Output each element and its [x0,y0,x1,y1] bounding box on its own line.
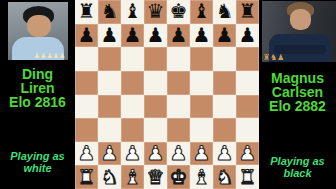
square-f1: ♝ [190,165,213,189]
white-pawn-piece: ♟ [78,142,96,165]
square-h2: ♟ [236,142,259,166]
blurred-chess-pieces: ♜♞♟ [263,54,285,62]
white-player-first-name: Ding [0,67,75,81]
square-h8: ♜ [236,0,259,24]
white-pawn-piece: ♟ [216,142,234,165]
black-pawn-piece: ♟ [239,24,257,47]
square-a3 [75,118,98,142]
square-d2: ♟ [144,142,167,166]
square-f3 [190,118,213,142]
white-pawn-piece: ♟ [170,142,188,165]
white-player-last-name: Liren [0,81,75,95]
white-player-panel: ♟♟♟♟♟ Ding Liren Elo 2816 Playing as whi… [0,0,75,189]
black-bishop-piece: ♝ [193,0,211,23]
black-bishop-piece: ♝ [124,0,142,23]
black-player-role: Playing as black [259,155,336,179]
square-b5 [98,71,121,95]
square-b2: ♟ [98,142,121,166]
white-pawn-piece: ♟ [124,142,142,165]
white-knight-piece: ♞ [216,166,234,189]
square-g3 [213,118,236,142]
square-a1: ♜ [75,165,98,189]
square-e6 [167,47,190,71]
white-pawn-piece: ♟ [193,142,211,165]
black-knight-piece: ♞ [101,0,119,23]
square-h6 [236,47,259,71]
black-rook-piece: ♜ [239,0,257,23]
square-e5 [167,71,190,95]
square-d4 [144,95,167,119]
square-b8: ♞ [98,0,121,24]
square-e8: ♚ [167,0,190,24]
square-e4 [167,95,190,119]
square-f4 [190,95,213,119]
square-h3 [236,118,259,142]
square-c1: ♝ [121,165,144,189]
square-c8: ♝ [121,0,144,24]
square-e1: ♚ [167,165,190,189]
square-d6 [144,47,167,71]
white-knight-piece: ♞ [101,166,119,189]
square-b3 [98,118,121,142]
square-a7: ♟ [75,24,98,48]
black-queen-piece: ♛ [147,0,165,23]
square-e3 [167,118,190,142]
black-pawn-piece: ♟ [193,24,211,47]
square-f5 [190,71,213,95]
black-pawn-piece: ♟ [124,24,142,47]
square-d1: ♛ [144,165,167,189]
square-g1: ♞ [213,165,236,189]
square-h4 [236,95,259,119]
square-e2: ♟ [167,142,190,166]
square-b7: ♟ [98,24,121,48]
black-rook-piece: ♜ [78,0,96,23]
black-knight-piece: ♞ [216,0,234,23]
black-pawn-piece: ♟ [101,24,119,47]
black-pawn-piece: ♟ [216,24,234,47]
square-e7: ♟ [167,24,190,48]
photo-face-shape [290,9,311,30]
white-pawn-piece: ♟ [101,142,119,165]
white-player-role: Playing as white [0,150,75,174]
square-h7: ♟ [236,24,259,48]
square-g4 [213,95,236,119]
square-d5 [144,71,167,95]
ding-liren-photo: ♟♟♟♟♟ [8,2,68,60]
square-g6 [213,47,236,71]
square-f7: ♟ [190,24,213,48]
square-f2: ♟ [190,142,213,166]
white-bishop-piece: ♝ [193,166,211,189]
white-rook-piece: ♜ [239,166,257,189]
square-h1: ♜ [236,165,259,189]
square-a4 [75,95,98,119]
black-pawn-piece: ♟ [78,24,96,47]
square-b1: ♞ [98,165,121,189]
square-g2: ♟ [213,142,236,166]
square-g5 [213,71,236,95]
square-g8: ♞ [213,0,236,24]
white-player-name: Ding Liren Elo 2816 [0,67,75,109]
white-bishop-piece: ♝ [124,166,142,189]
square-c6 [121,47,144,71]
square-a8: ♜ [75,0,98,24]
white-pawn-piece: ♟ [239,142,257,165]
square-c7: ♟ [121,24,144,48]
square-c5 [121,71,144,95]
white-player-elo: Elo 2816 [0,95,75,109]
square-c4 [121,95,144,119]
square-g7: ♟ [213,24,236,48]
black-player-name: Magnus Carlsen Elo 2882 [259,71,336,113]
white-rook-piece: ♜ [78,166,96,189]
square-f8: ♝ [190,0,213,24]
square-d8: ♛ [144,0,167,24]
square-b4 [98,95,121,119]
square-b6 [98,47,121,71]
square-a2: ♟ [75,142,98,166]
white-king-piece: ♚ [170,166,188,189]
chess-board: ♜♞♝♛♚♝♞♜♟♟♟♟♟♟♟♟♟♟♟♟♟♟♟♟♜♞♝♛♚♝♞♜ [75,0,259,189]
black-pawn-piece: ♟ [147,24,165,47]
black-player-elo: Elo 2882 [259,99,336,113]
photo-face-shape [27,15,51,37]
chess-thumbnail: ♟♟♟♟♟ Ding Liren Elo 2816 Playing as whi… [0,0,336,189]
black-king-piece: ♚ [170,0,188,23]
magnus-carlsen-photo: ♜♞♟ [262,1,336,62]
black-player-last-name: Carlsen [259,85,336,99]
square-c2: ♟ [121,142,144,166]
square-f6 [190,47,213,71]
black-player-first-name: Magnus [259,71,336,85]
black-pawn-piece: ♟ [170,24,188,47]
square-a6 [75,47,98,71]
square-d3 [144,118,167,142]
square-a5 [75,71,98,95]
square-h5 [236,71,259,95]
blurred-chess-pieces: ♟♟♟♟♟ [34,53,65,60]
square-c3 [121,118,144,142]
square-d7: ♟ [144,24,167,48]
white-pawn-piece: ♟ [147,142,165,165]
white-queen-piece: ♛ [147,166,165,189]
black-player-panel: ♜♞♟ Magnus Carlsen Elo 2882 Playing as b… [259,0,336,189]
